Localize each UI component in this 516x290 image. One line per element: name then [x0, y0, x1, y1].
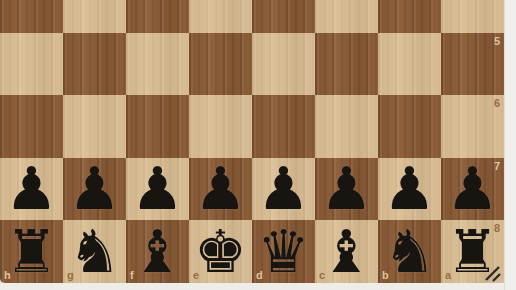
piece-black-pawn[interactable]: ♟	[126, 158, 189, 221]
file-label-f: f	[130, 270, 134, 281]
square-g4[interactable]	[63, 0, 126, 33]
square-f7[interactable]: ♟	[126, 158, 189, 221]
file-label-e: e	[193, 270, 199, 281]
square-g7[interactable]: ♟	[63, 158, 126, 221]
square-h6[interactable]	[0, 95, 63, 158]
square-d5[interactable]	[252, 33, 315, 96]
piece-black-pawn[interactable]: ♟	[189, 158, 252, 221]
square-c5[interactable]	[315, 33, 378, 96]
file-label-h: h	[4, 270, 11, 281]
square-c7[interactable]: ♟	[315, 158, 378, 221]
board-grid: 56♟♟♟♟♟♟♟♟7♜h♞g♝f♚e♛d♝c♞b♜8a	[0, 0, 504, 283]
file-label-g: g	[67, 270, 74, 281]
square-a7[interactable]: ♟7	[441, 158, 504, 221]
square-h5[interactable]	[0, 33, 63, 96]
square-f6[interactable]	[126, 95, 189, 158]
square-b5[interactable]	[378, 33, 441, 96]
square-b4[interactable]	[378, 0, 441, 33]
square-h8[interactable]: ♜h	[0, 220, 63, 283]
piece-black-pawn[interactable]: ♟	[252, 158, 315, 221]
resize-handle-icon[interactable]	[484, 264, 502, 282]
square-e7[interactable]: ♟	[189, 158, 252, 221]
square-e5[interactable]	[189, 33, 252, 96]
rank-label-5: 5	[494, 36, 500, 47]
square-b6[interactable]	[378, 95, 441, 158]
square-g8[interactable]: ♞g	[63, 220, 126, 283]
chess-app-window: 56♟♟♟♟♟♟♟♟7♜h♞g♝f♚e♛d♝c♞b♜8a	[0, 0, 516, 290]
square-f4[interactable]	[126, 0, 189, 33]
square-e4[interactable]	[189, 0, 252, 33]
rank-label-8: 8	[494, 223, 500, 234]
square-f5[interactable]	[126, 33, 189, 96]
square-d8[interactable]: ♛d	[252, 220, 315, 283]
square-a4[interactable]	[441, 0, 504, 33]
square-c8[interactable]: ♝c	[315, 220, 378, 283]
square-b8[interactable]: ♞b	[378, 220, 441, 283]
piece-black-pawn[interactable]: ♟	[63, 158, 126, 221]
chess-board[interactable]: 56♟♟♟♟♟♟♟♟7♜h♞g♝f♚e♛d♝c♞b♜8a	[0, 0, 504, 283]
square-b7[interactable]: ♟	[378, 158, 441, 221]
square-h4[interactable]	[0, 0, 63, 33]
square-e6[interactable]	[189, 95, 252, 158]
square-c6[interactable]	[315, 95, 378, 158]
square-f8[interactable]: ♝f	[126, 220, 189, 283]
square-h7[interactable]: ♟	[0, 158, 63, 221]
square-e8[interactable]: ♚e	[189, 220, 252, 283]
rank-label-6: 6	[494, 98, 500, 109]
rank-label-7: 7	[494, 161, 500, 172]
file-label-b: b	[382, 270, 389, 281]
piece-black-pawn[interactable]: ♟	[315, 158, 378, 221]
square-g6[interactable]	[63, 95, 126, 158]
piece-black-pawn[interactable]: ♟	[0, 158, 63, 221]
square-c4[interactable]	[315, 0, 378, 33]
file-label-c: c	[319, 270, 325, 281]
square-a6[interactable]: 6	[441, 95, 504, 158]
right-margin	[504, 0, 516, 290]
square-d4[interactable]	[252, 0, 315, 33]
square-a5[interactable]: 5	[441, 33, 504, 96]
piece-black-pawn[interactable]: ♟	[378, 158, 441, 221]
square-d7[interactable]: ♟	[252, 158, 315, 221]
piece-black-bishop[interactable]: ♝	[126, 220, 189, 283]
file-label-d: d	[256, 270, 263, 281]
bottom-margin	[0, 283, 504, 290]
file-label-a: a	[445, 270, 451, 281]
square-d6[interactable]	[252, 95, 315, 158]
square-g5[interactable]	[63, 33, 126, 96]
